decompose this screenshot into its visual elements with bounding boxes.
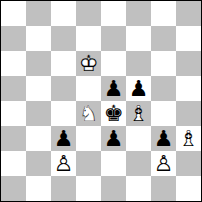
square-g6[interactable] bbox=[151, 51, 176, 76]
square-g5[interactable] bbox=[151, 76, 176, 101]
square-e7[interactable] bbox=[101, 26, 126, 51]
square-d2[interactable] bbox=[76, 151, 101, 176]
square-g3[interactable]: ♟ bbox=[151, 126, 176, 151]
square-f7[interactable] bbox=[126, 26, 151, 51]
square-e4[interactable]: ♚ bbox=[101, 101, 126, 126]
square-a6[interactable] bbox=[1, 51, 26, 76]
square-b2[interactable] bbox=[26, 151, 51, 176]
square-b1[interactable] bbox=[26, 176, 51, 201]
square-f4[interactable]: ♝♗ bbox=[126, 101, 151, 126]
square-d3[interactable] bbox=[76, 126, 101, 151]
square-b8[interactable] bbox=[26, 1, 51, 26]
square-d8[interactable] bbox=[76, 1, 101, 26]
white-pawn-icon: ♙ bbox=[51, 151, 76, 176]
square-c4[interactable] bbox=[51, 101, 76, 126]
square-c5[interactable] bbox=[51, 76, 76, 101]
piece-white-king[interactable]: ♚♔ bbox=[76, 51, 101, 76]
square-c6[interactable] bbox=[51, 51, 76, 76]
square-d4[interactable]: ♞♘ bbox=[76, 101, 101, 126]
square-h5[interactable] bbox=[176, 76, 201, 101]
square-d6[interactable]: ♚♔ bbox=[76, 51, 101, 76]
square-h6[interactable] bbox=[176, 51, 201, 76]
square-c1[interactable] bbox=[51, 176, 76, 201]
piece-black-pawn[interactable]: ♟ bbox=[51, 126, 76, 151]
square-d5[interactable] bbox=[76, 76, 101, 101]
square-c7[interactable] bbox=[51, 26, 76, 51]
square-g2[interactable]: ♟♙ bbox=[151, 151, 176, 176]
piece-black-pawn[interactable]: ♟ bbox=[151, 126, 176, 151]
square-b5[interactable] bbox=[26, 76, 51, 101]
square-f3[interactable] bbox=[126, 126, 151, 151]
chess-board: ♚♔♟♟♞♘♚♝♗♟♟♟♝♗♟♙♟♙ bbox=[0, 0, 202, 202]
square-f1[interactable] bbox=[126, 176, 151, 201]
square-h8[interactable] bbox=[176, 1, 201, 26]
square-a3[interactable] bbox=[1, 126, 26, 151]
square-g4[interactable] bbox=[151, 101, 176, 126]
piece-white-bishop[interactable]: ♝♗ bbox=[126, 101, 151, 126]
square-b3[interactable] bbox=[26, 126, 51, 151]
square-h3[interactable]: ♝♗ bbox=[176, 126, 201, 151]
square-f8[interactable] bbox=[126, 1, 151, 26]
square-g8[interactable] bbox=[151, 1, 176, 26]
piece-white-bishop[interactable]: ♝♗ bbox=[176, 126, 201, 151]
square-g1[interactable] bbox=[151, 176, 176, 201]
square-a8[interactable] bbox=[1, 1, 26, 26]
square-h7[interactable] bbox=[176, 26, 201, 51]
square-a7[interactable] bbox=[1, 26, 26, 51]
square-b4[interactable] bbox=[26, 101, 51, 126]
square-c2[interactable]: ♟♙ bbox=[51, 151, 76, 176]
square-e6[interactable] bbox=[101, 51, 126, 76]
square-h4[interactable] bbox=[176, 101, 201, 126]
square-d1[interactable] bbox=[76, 176, 101, 201]
square-a5[interactable] bbox=[1, 76, 26, 101]
piece-black-pawn[interactable]: ♟ bbox=[126, 76, 151, 101]
square-b6[interactable] bbox=[26, 51, 51, 76]
piece-black-king[interactable]: ♚ bbox=[101, 101, 126, 126]
square-e5[interactable]: ♟ bbox=[101, 76, 126, 101]
piece-black-pawn[interactable]: ♟ bbox=[101, 126, 126, 151]
white-knight-icon: ♘ bbox=[76, 101, 101, 126]
white-pawn-icon: ♙ bbox=[151, 151, 176, 176]
square-d7[interactable] bbox=[76, 26, 101, 51]
white-bishop-icon: ♗ bbox=[126, 101, 151, 126]
square-f5[interactable]: ♟ bbox=[126, 76, 151, 101]
piece-white-knight[interactable]: ♞♘ bbox=[76, 101, 101, 126]
white-bishop-icon: ♗ bbox=[176, 126, 201, 151]
square-h1[interactable] bbox=[176, 176, 201, 201]
piece-white-pawn[interactable]: ♟♙ bbox=[51, 151, 76, 176]
square-e1[interactable] bbox=[101, 176, 126, 201]
square-b7[interactable] bbox=[26, 26, 51, 51]
piece-black-pawn[interactable]: ♟ bbox=[101, 76, 126, 101]
piece-white-pawn[interactable]: ♟♙ bbox=[151, 151, 176, 176]
square-f6[interactable] bbox=[126, 51, 151, 76]
square-e8[interactable] bbox=[101, 1, 126, 26]
square-f2[interactable] bbox=[126, 151, 151, 176]
square-e2[interactable] bbox=[101, 151, 126, 176]
square-e3[interactable]: ♟ bbox=[101, 126, 126, 151]
square-a1[interactable] bbox=[1, 176, 26, 201]
square-a4[interactable] bbox=[1, 101, 26, 126]
square-a2[interactable] bbox=[1, 151, 26, 176]
white-king-icon: ♔ bbox=[76, 51, 101, 76]
square-c3[interactable]: ♟ bbox=[51, 126, 76, 151]
square-h2[interactable] bbox=[176, 151, 201, 176]
square-c8[interactable] bbox=[51, 1, 76, 26]
square-g7[interactable] bbox=[151, 26, 176, 51]
